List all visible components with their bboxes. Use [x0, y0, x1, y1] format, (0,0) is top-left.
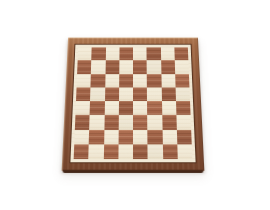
square-g6[interactable] — [161, 74, 175, 88]
square-a5[interactable] — [76, 87, 91, 101]
square-h3[interactable] — [176, 115, 191, 129]
square-g5[interactable] — [161, 87, 176, 101]
square-c8[interactable] — [105, 47, 119, 60]
square-d8[interactable] — [119, 47, 133, 60]
square-f1[interactable] — [148, 144, 163, 159]
square-f7[interactable] — [147, 60, 161, 73]
photo-canvas — [0, 0, 270, 210]
square-d4[interactable] — [119, 101, 133, 115]
square-a7[interactable] — [77, 60, 91, 73]
square-h4[interactable] — [176, 101, 191, 115]
chess-board — [62, 37, 205, 170]
square-h6[interactable] — [175, 74, 190, 88]
square-g4[interactable] — [162, 101, 177, 115]
square-b3[interactable] — [89, 115, 104, 129]
square-a6[interactable] — [77, 74, 92, 88]
square-g3[interactable] — [162, 115, 177, 129]
square-a2[interactable] — [74, 129, 89, 144]
square-f8[interactable] — [147, 47, 161, 60]
square-b4[interactable] — [90, 101, 105, 115]
square-c7[interactable] — [105, 60, 119, 73]
square-h5[interactable] — [175, 87, 190, 101]
square-b5[interactable] — [90, 87, 105, 101]
square-b6[interactable] — [91, 74, 105, 88]
square-a3[interactable] — [75, 115, 90, 129]
square-e1[interactable] — [133, 144, 148, 159]
square-d7[interactable] — [119, 60, 133, 73]
square-b1[interactable] — [88, 144, 103, 159]
square-b7[interactable] — [91, 60, 105, 73]
square-d3[interactable] — [118, 115, 133, 129]
square-g7[interactable] — [161, 60, 175, 73]
square-c6[interactable] — [105, 74, 119, 88]
square-a4[interactable] — [75, 101, 90, 115]
square-b8[interactable] — [91, 47, 105, 60]
square-c4[interactable] — [104, 101, 119, 115]
square-c3[interactable] — [104, 115, 119, 129]
square-c5[interactable] — [105, 87, 119, 101]
square-b2[interactable] — [89, 129, 104, 144]
square-d5[interactable] — [119, 87, 133, 101]
square-a1[interactable] — [74, 144, 89, 159]
square-g8[interactable] — [160, 47, 174, 60]
square-h1[interactable] — [177, 144, 192, 159]
board-bottom-edge — [63, 170, 204, 173]
square-f3[interactable] — [147, 115, 162, 129]
squares-grid — [74, 47, 193, 159]
square-h7[interactable] — [175, 60, 189, 73]
square-g2[interactable] — [162, 129, 177, 144]
square-h8[interactable] — [174, 47, 188, 60]
square-d1[interactable] — [118, 144, 133, 159]
square-e3[interactable] — [133, 115, 148, 129]
square-h2[interactable] — [177, 129, 192, 144]
square-c2[interactable] — [104, 129, 119, 144]
square-g1[interactable] — [162, 144, 177, 159]
square-e8[interactable] — [133, 47, 147, 60]
square-a8[interactable] — [78, 47, 92, 60]
square-e4[interactable] — [133, 101, 147, 115]
square-e6[interactable] — [133, 74, 147, 88]
square-c1[interactable] — [103, 144, 118, 159]
square-d6[interactable] — [119, 74, 133, 88]
square-f5[interactable] — [147, 87, 161, 101]
square-f4[interactable] — [147, 101, 162, 115]
square-f2[interactable] — [148, 129, 163, 144]
square-d2[interactable] — [118, 129, 133, 144]
square-e5[interactable] — [133, 87, 147, 101]
square-e2[interactable] — [133, 129, 148, 144]
square-f6[interactable] — [147, 74, 161, 88]
square-e7[interactable] — [133, 60, 147, 73]
